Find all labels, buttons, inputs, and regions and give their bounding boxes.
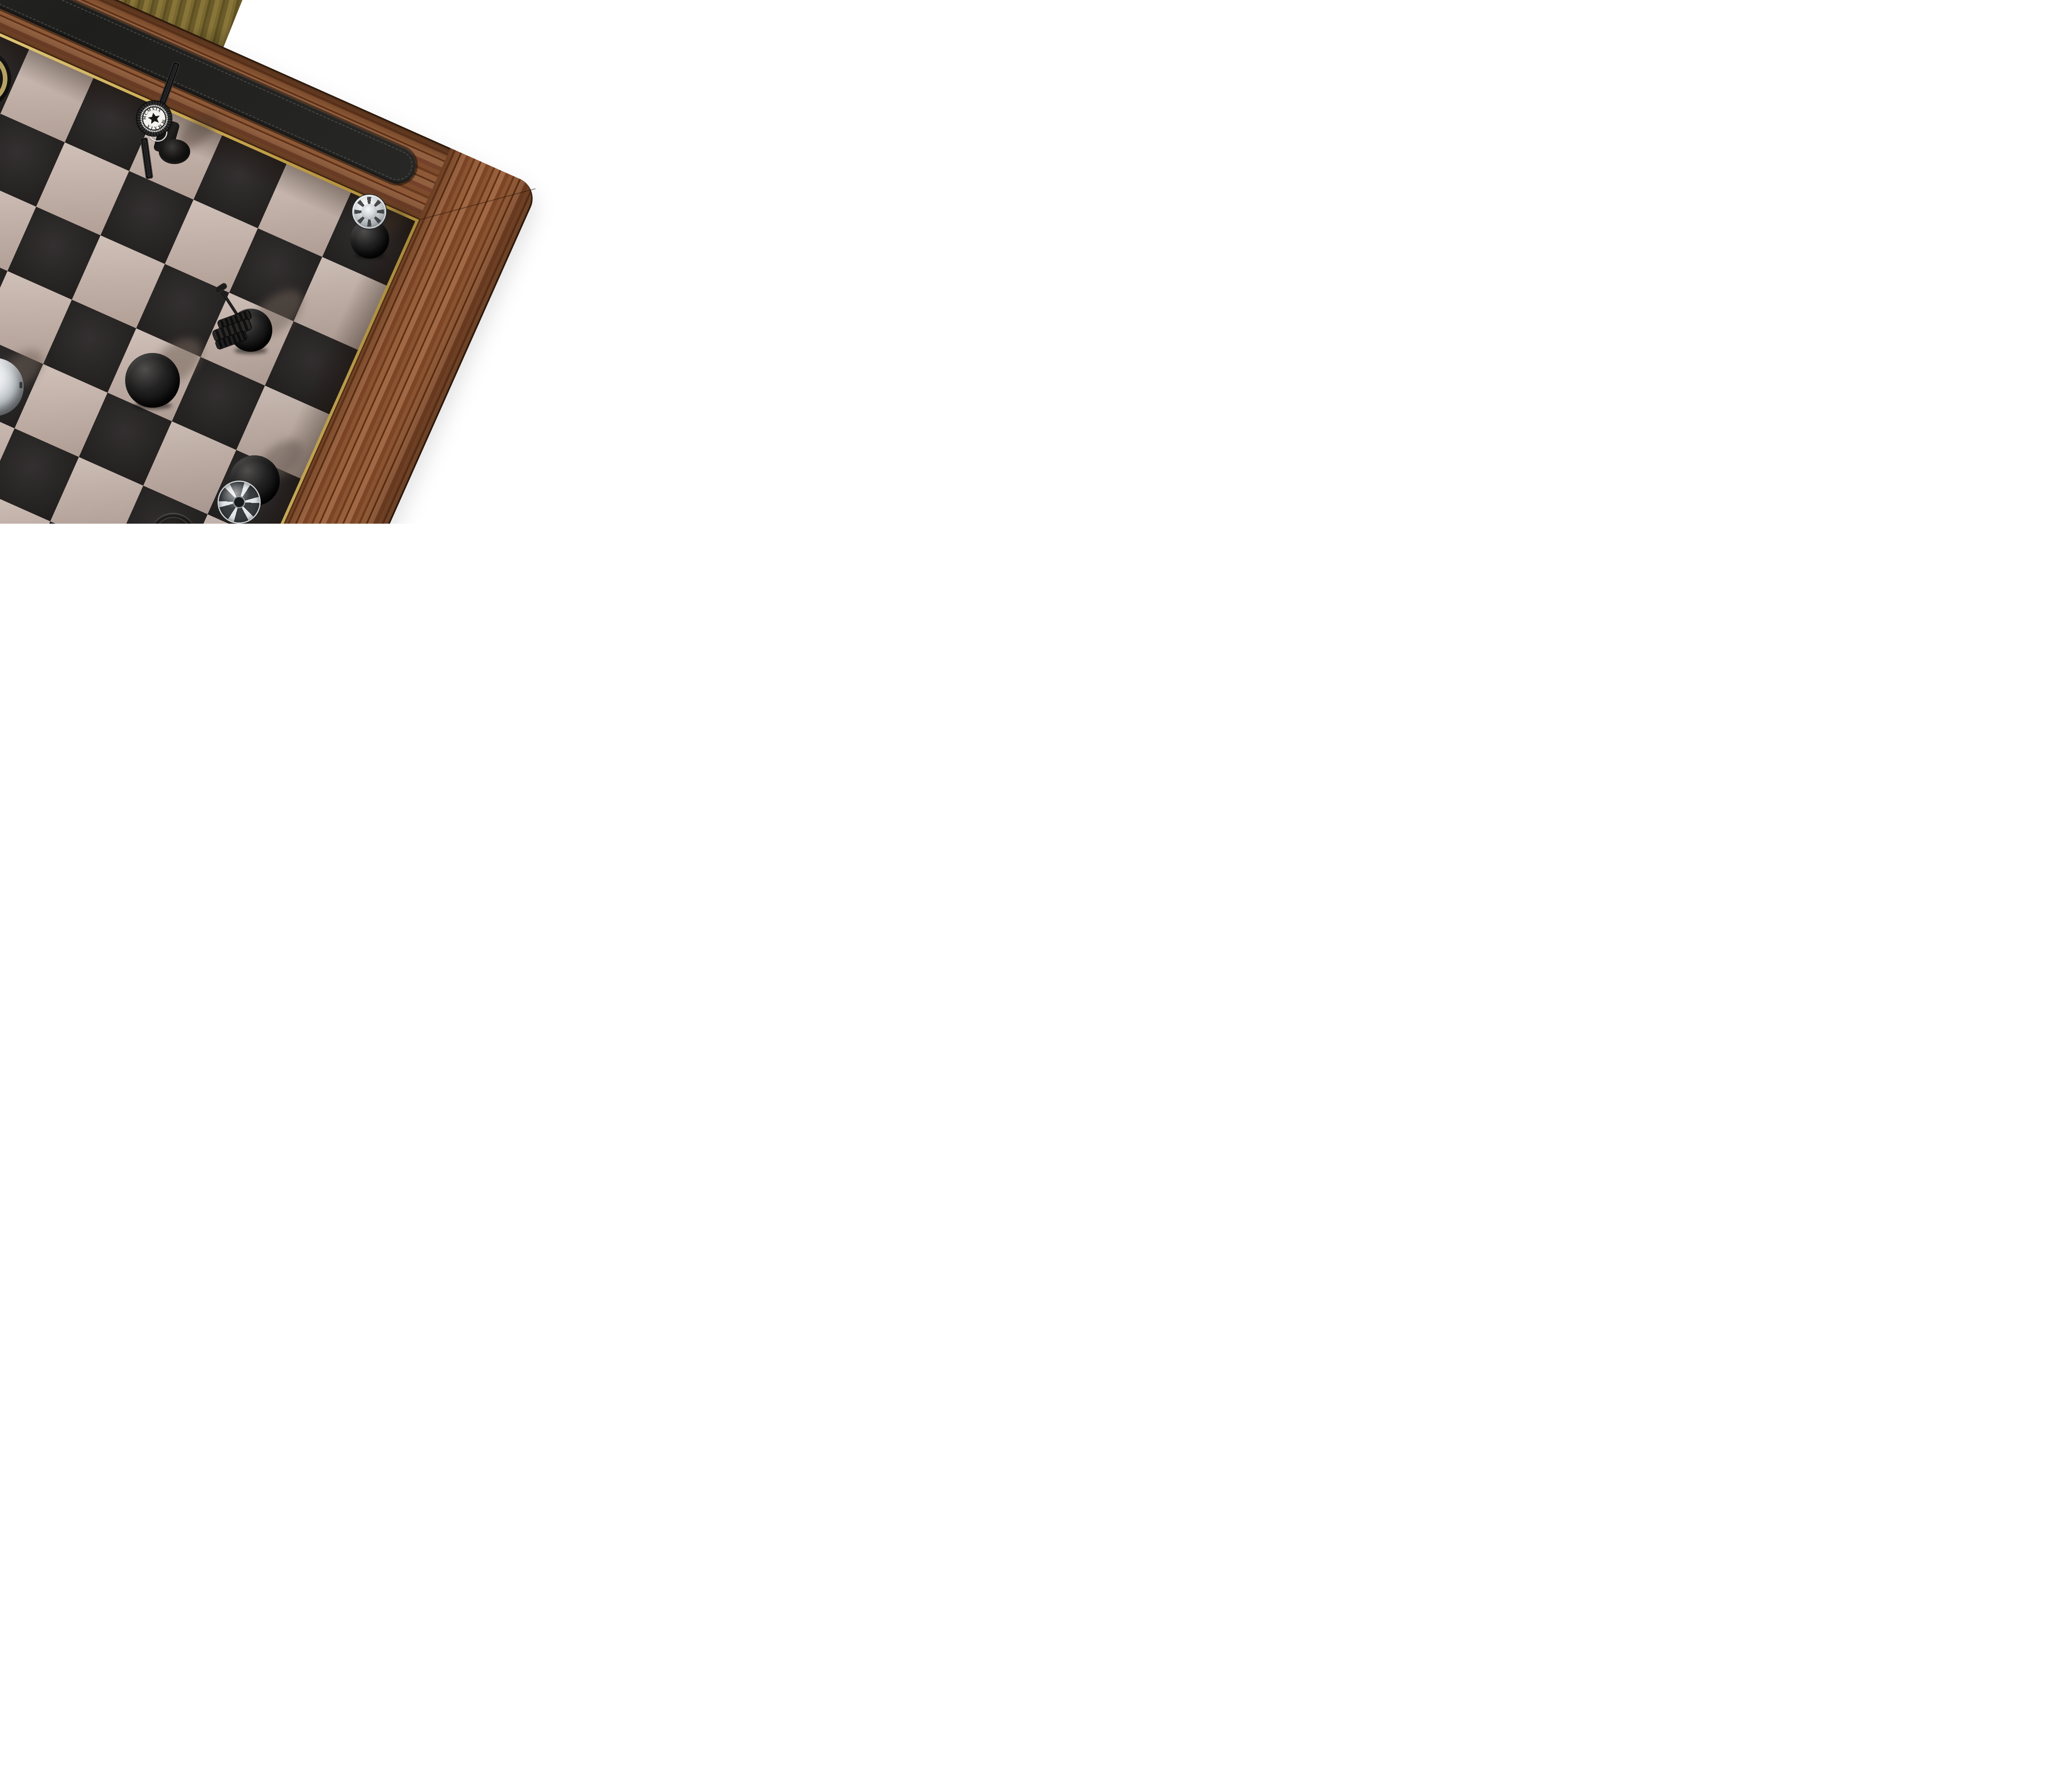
king-base-cone <box>159 139 190 164</box>
white-pawn-sphere <box>0 358 24 416</box>
chess-board-photo: MCMXIX MMXIX <box>0 0 650 524</box>
piece-black-pawn-f5[interactable] <box>116 344 189 417</box>
turbine-hub <box>234 497 244 507</box>
piece-white-rook-h8[interactable] <box>344 189 398 263</box>
piece-black-pawn-g3[interactable] <box>149 511 197 524</box>
piece-black-rook-h4[interactable] <box>223 448 289 524</box>
rook-chrome-cap <box>352 195 386 229</box>
spinner-ear-upper <box>157 61 181 108</box>
piece-black-knight-g6[interactable] <box>202 273 285 364</box>
spinner-ear-lower <box>140 137 153 179</box>
piece-white-pawn-d4[interactable] <box>0 357 25 418</box>
piece-black-king-e8[interactable]: MCMXIX MMXIX <box>133 53 200 181</box>
bishop-dome <box>0 49 11 109</box>
pawn-ball <box>125 353 180 408</box>
piece-black-bishop-b8[interactable] <box>0 48 12 110</box>
sphere-notch <box>19 382 22 388</box>
cap-center <box>361 204 377 220</box>
turbine-wheel-cap <box>219 482 259 522</box>
pawn-dome-top <box>150 513 196 524</box>
